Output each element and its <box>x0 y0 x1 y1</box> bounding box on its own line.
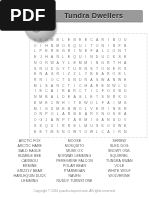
puzzle-page: PDF Tundra Dwellers VBUMBLEBEECARIBOUOIH… <box>0 0 149 198</box>
word-search-grid: VBUMBLEBEECARIBOUOIHNMOSQUITONINFBLPEREG… <box>32 37 128 134</box>
title-bar: Tundra Dwellers <box>45 10 142 22</box>
word-list-item: WOLVERINE <box>97 173 142 178</box>
word-list-item: RUDDY TURNSTONE <box>52 178 97 183</box>
copyright-footer: Copyright © 2016 puzzles-to-print.com. A… <box>0 189 149 193</box>
grid-cell: N <box>122 128 128 134</box>
word-list-column: MOOSEMOSQUITOMUSK OXNORWAY LEMMINGPEREGR… <box>52 138 97 183</box>
pdf-file-badge: PDF <box>0 0 56 31</box>
word-list: ARCTIC FOXARCTIC HAREBALD EAGLEBUMBLE BE… <box>7 138 141 183</box>
pdf-badge-label: PDF <box>10 5 46 25</box>
pdf-preview-thumbnail[interactable]: PDF Tundra Dwellers VBUMBLEBEECARIBOUOIH… <box>0 0 149 198</box>
word-list-item: LEMMING <box>7 178 52 183</box>
word-list-column: SHREWSLED DOGSNOWY OWLSQUIRRELTUNDRA SWA… <box>97 138 142 183</box>
page-title: Tundra Dwellers <box>64 11 123 20</box>
word-list-column: ARCTIC FOXARCTIC HAREBALD EAGLEBUMBLE BE… <box>7 138 52 183</box>
